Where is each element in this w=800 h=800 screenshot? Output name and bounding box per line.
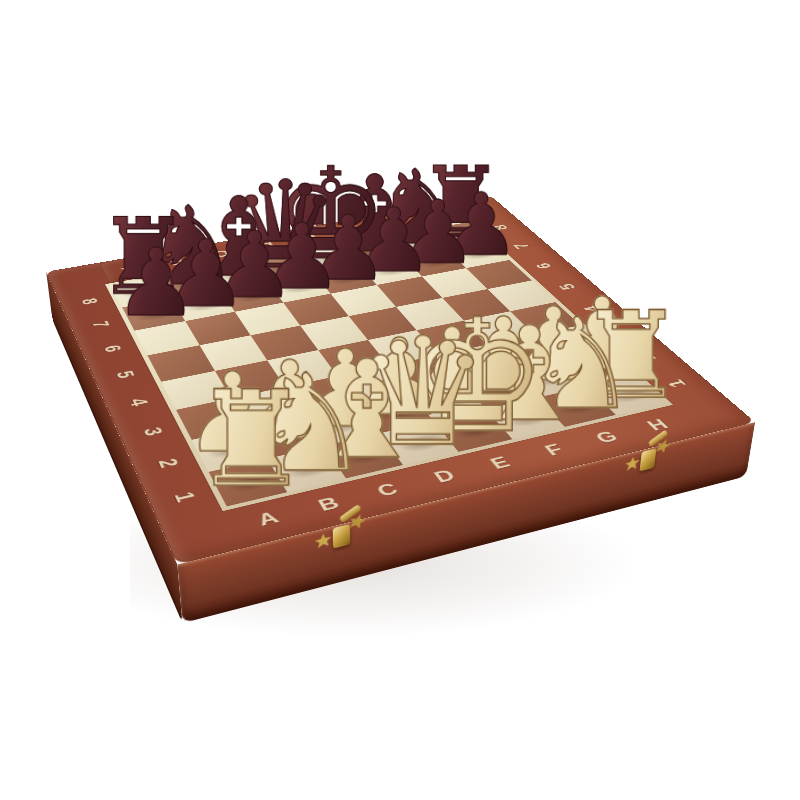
chess-set-photo: ABCDEFGH ABCDEFGH 87654321 87654321 ♜♞♝♛… bbox=[0, 0, 800, 800]
clasp-latch-body bbox=[333, 524, 350, 549]
white-rook-a1: ♜ bbox=[189, 279, 312, 487]
clasp-latch-body bbox=[639, 448, 656, 471]
clasp-star-plate-icon bbox=[314, 531, 332, 550]
clasp-star-plate-icon bbox=[624, 455, 640, 473]
